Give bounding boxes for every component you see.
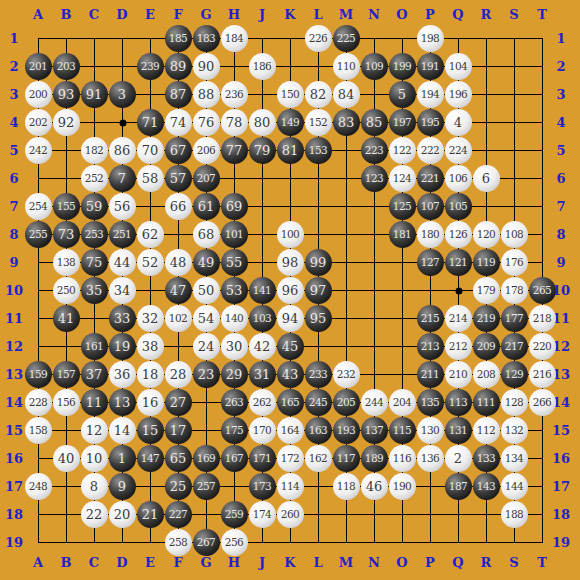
col-label-top-P: P [425, 8, 435, 21]
stone-black-193-M15: 193 [333, 417, 360, 444]
stone-white-202-A4: 202 [25, 109, 52, 136]
row-label-left-17: 17 [5, 480, 23, 493]
stone-white-116-O16: 116 [389, 445, 416, 472]
go-board: AABBCCDDEEFFGGHHJJKKLLMMNNOOPPQQRRSSTT11… [0, 0, 580, 580]
row-label-left-6: 6 [9, 172, 18, 185]
row-label-right-9: 9 [556, 256, 565, 269]
stone-black-11-C14: 11 [81, 389, 108, 416]
stone-white-20-D18: 20 [109, 501, 136, 528]
stone-black-141-J10: 141 [249, 277, 276, 304]
stone-white-40-B16: 40 [53, 445, 80, 472]
stone-black-259-H18: 259 [221, 501, 248, 528]
stone-white-250-B10: 250 [53, 277, 80, 304]
stone-white-170-J15: 170 [249, 417, 276, 444]
stone-black-5-O3: 5 [389, 81, 416, 108]
col-label-bottom-P: P [425, 556, 435, 569]
stone-white-70-E5: 70 [137, 137, 164, 164]
row-label-left-10: 10 [5, 284, 23, 297]
stone-white-44-D9: 44 [109, 249, 136, 276]
stone-black-47-F10: 47 [165, 277, 192, 304]
stone-black-25-F17: 25 [165, 473, 192, 500]
col-label-bottom-H: H [228, 556, 240, 569]
stone-black-169-G16: 169 [193, 445, 220, 472]
stone-black-93-B3: 93 [53, 81, 80, 108]
stone-black-75-C9: 75 [81, 249, 108, 276]
stone-white-254-A7: 254 [25, 193, 52, 220]
stone-white-176-S9: 176 [501, 249, 528, 276]
stone-white-38-E12: 38 [137, 333, 164, 360]
stone-black-37-C13: 37 [81, 361, 108, 388]
stone-black-149-K4: 149 [277, 109, 304, 136]
stone-white-120-R8: 120 [473, 221, 500, 248]
stone-black-127-P9: 127 [417, 249, 444, 276]
stone-black-73-B8: 73 [53, 221, 80, 248]
stone-black-45-K12: 45 [277, 333, 304, 360]
stone-white-48-F9: 48 [165, 249, 192, 276]
row-label-right-1: 1 [556, 32, 565, 45]
stone-white-114-K17: 114 [277, 473, 304, 500]
stone-black-257-G17: 257 [193, 473, 220, 500]
stone-black-59-C7: 59 [81, 193, 108, 220]
stone-black-1-D16: 1 [109, 445, 136, 472]
row-label-right-2: 2 [556, 60, 565, 73]
stone-white-32-E11: 32 [137, 305, 164, 332]
stone-white-266-T14: 266 [529, 389, 556, 416]
row-label-left-2: 2 [9, 60, 18, 73]
stone-black-159-A13: 159 [25, 361, 52, 388]
stone-white-164-K15: 164 [277, 417, 304, 444]
row-label-right-6: 6 [556, 172, 565, 185]
stone-white-136-P16: 136 [417, 445, 444, 472]
col-label-top-F: F [173, 8, 182, 21]
stone-black-263-H14: 263 [221, 389, 248, 416]
stone-white-174-J18: 174 [249, 501, 276, 528]
stone-white-74-F4: 74 [165, 109, 192, 136]
stone-white-28-F13: 28 [165, 361, 192, 388]
stone-black-223-N5: 223 [361, 137, 388, 164]
stone-white-258-F19: 258 [165, 529, 192, 556]
stone-black-49-G9: 49 [193, 249, 220, 276]
stone-black-157-B13: 157 [53, 361, 80, 388]
stone-black-57-F6: 57 [165, 165, 192, 192]
stone-black-81-K5: 81 [277, 137, 304, 164]
stone-white-30-H12: 30 [221, 333, 248, 360]
col-label-top-S: S [509, 8, 518, 21]
stone-white-56-D7: 56 [109, 193, 136, 220]
row-label-left-7: 7 [9, 200, 18, 213]
row-label-left-15: 15 [5, 424, 23, 437]
stone-black-21-E18: 21 [137, 501, 164, 528]
col-label-bottom-F: F [173, 556, 182, 569]
row-label-right-5: 5 [556, 144, 565, 157]
row-label-right-7: 7 [556, 200, 565, 213]
stone-white-68-G8: 68 [193, 221, 220, 248]
stone-white-188-S18: 188 [501, 501, 528, 528]
stone-white-144-S17: 144 [501, 473, 528, 500]
stone-black-69-H7: 69 [221, 193, 248, 220]
stone-white-122-O5: 122 [389, 137, 416, 164]
stone-white-156-B14: 156 [53, 389, 80, 416]
stone-white-228-A14: 228 [25, 389, 52, 416]
stone-white-212-Q12: 212 [445, 333, 472, 360]
stone-white-10-C16: 10 [81, 445, 108, 472]
stone-white-46-N17: 46 [361, 473, 388, 500]
col-label-top-O: O [396, 8, 407, 21]
stone-white-18-E13: 18 [137, 361, 164, 388]
stone-white-2-Q16: 2 [445, 445, 472, 472]
stone-white-128-S14: 128 [501, 389, 528, 416]
col-label-bottom-L: L [313, 556, 322, 569]
col-label-top-T: T [537, 8, 547, 21]
stone-white-126-Q8: 126 [445, 221, 472, 248]
stone-black-213-P12: 213 [417, 333, 444, 360]
stone-black-165-K14: 165 [277, 389, 304, 416]
col-label-top-J: J [259, 8, 265, 21]
stone-black-99-L9: 99 [305, 249, 332, 276]
stone-white-118-M17: 118 [333, 473, 360, 500]
stone-black-3-D3: 3 [109, 81, 136, 108]
stone-black-77-H5: 77 [221, 137, 248, 164]
stone-black-97-L10: 97 [305, 277, 332, 304]
stone-white-124-O6: 124 [389, 165, 416, 192]
col-label-top-A: A [33, 8, 43, 21]
stone-white-206-G5: 206 [193, 137, 220, 164]
stone-white-242-A5: 242 [25, 137, 52, 164]
col-label-bottom-K: K [284, 556, 295, 569]
stone-white-76-G4: 76 [193, 109, 220, 136]
stone-black-233-L13: 233 [305, 361, 332, 388]
stone-black-147-E16: 147 [137, 445, 164, 472]
row-label-left-5: 5 [9, 144, 18, 157]
stone-white-102-F11: 102 [165, 305, 192, 332]
stone-black-109-N2: 109 [361, 53, 388, 80]
stone-white-194-P3: 194 [417, 81, 444, 108]
stone-white-34-D10: 34 [109, 277, 136, 304]
stone-white-54-G11: 54 [193, 305, 220, 332]
stone-white-244-N14: 244 [361, 389, 388, 416]
stone-black-205-M14: 205 [333, 389, 360, 416]
stone-black-13-D14: 13 [109, 389, 136, 416]
stone-white-248-A17: 248 [25, 473, 52, 500]
stone-black-123-N6: 123 [361, 165, 388, 192]
stone-black-265-T10: 265 [529, 277, 556, 304]
col-label-bottom-C: C [89, 556, 99, 569]
stone-white-138-B9: 138 [53, 249, 80, 276]
stone-white-50-G10: 50 [193, 277, 220, 304]
stone-black-55-H9: 55 [221, 249, 248, 276]
col-label-bottom-Q: Q [452, 556, 463, 569]
col-label-top-H: H [228, 8, 240, 21]
stone-white-24-G12: 24 [193, 333, 220, 360]
col-label-top-Q: Q [452, 8, 463, 21]
stone-black-111-R14: 111 [473, 389, 500, 416]
row-label-right-8: 8 [556, 228, 565, 241]
stone-black-251-D8: 251 [109, 221, 136, 248]
col-label-bottom-J: J [259, 556, 265, 569]
stone-black-101-H8: 101 [221, 221, 248, 248]
stone-black-135-P14: 135 [417, 389, 444, 416]
stone-black-267-G19: 267 [193, 529, 220, 556]
stone-black-15-E15: 15 [137, 417, 164, 444]
col-label-top-L: L [313, 8, 322, 21]
stone-black-215-P11: 215 [417, 305, 444, 332]
stone-black-117-M16: 117 [333, 445, 360, 472]
stone-white-252-C6: 252 [81, 165, 108, 192]
stone-white-82-L3: 82 [305, 81, 332, 108]
row-label-left-8: 8 [9, 228, 18, 241]
row-label-left-11: 11 [5, 312, 23, 325]
stone-white-92-B4: 92 [53, 109, 80, 136]
row-label-left-18: 18 [5, 508, 23, 521]
stone-white-226-L1: 226 [305, 25, 332, 52]
stone-black-209-R12: 209 [473, 333, 500, 360]
stone-black-175-H15: 175 [221, 417, 248, 444]
stone-white-158-A15: 158 [25, 417, 52, 444]
col-label-top-N: N [368, 8, 380, 21]
stone-white-200-A3: 200 [25, 81, 52, 108]
col-label-bottom-S: S [509, 556, 518, 569]
stone-white-94-K11: 94 [277, 305, 304, 332]
stone-white-178-S10: 178 [501, 277, 528, 304]
stone-black-217-S12: 217 [501, 333, 528, 360]
stone-black-17-F15: 17 [165, 417, 192, 444]
col-label-bottom-A: A [33, 556, 43, 569]
col-label-top-B: B [61, 8, 72, 21]
stone-white-108-S8: 108 [501, 221, 528, 248]
col-label-top-C: C [89, 8, 99, 21]
col-label-bottom-G: G [200, 556, 211, 569]
stone-white-42-J12: 42 [249, 333, 276, 360]
stone-white-110-M2: 110 [333, 53, 360, 80]
stone-white-12-C15: 12 [81, 417, 108, 444]
stone-black-137-N15: 137 [361, 417, 388, 444]
stone-black-201-A2: 201 [25, 53, 52, 80]
stone-black-161-C12: 161 [81, 333, 108, 360]
stone-white-6-R6: 6 [473, 165, 500, 192]
col-label-bottom-B: B [61, 556, 72, 569]
stone-black-83-M4: 83 [333, 109, 360, 136]
stone-white-16-E14: 16 [137, 389, 164, 416]
stone-white-224-Q5: 224 [445, 137, 472, 164]
stone-white-130-P15: 130 [417, 417, 444, 444]
stone-black-191-P2: 191 [417, 53, 444, 80]
stone-white-210-Q13: 210 [445, 361, 472, 388]
stone-white-140-H11: 140 [221, 305, 248, 332]
stone-black-31-J13: 31 [249, 361, 276, 388]
col-label-bottom-E: E [145, 556, 155, 569]
stone-white-182-C5: 182 [81, 137, 108, 164]
col-label-bottom-O: O [396, 556, 407, 569]
stone-white-14-D15: 14 [109, 417, 136, 444]
stone-black-173-J17: 173 [249, 473, 276, 500]
row-label-left-16: 16 [5, 452, 23, 465]
col-label-bottom-M: M [339, 556, 353, 569]
stone-black-41-B11: 41 [53, 305, 80, 332]
stone-black-71-E4: 71 [137, 109, 164, 136]
stone-white-256-H19: 256 [221, 529, 248, 556]
stone-black-105-Q7: 105 [445, 193, 472, 220]
stone-black-65-F16: 65 [165, 445, 192, 472]
stone-black-67-F5: 67 [165, 137, 192, 164]
stone-black-27-F14: 27 [165, 389, 192, 416]
stone-white-66-F7: 66 [165, 193, 192, 220]
stone-white-186-J2: 186 [249, 53, 276, 80]
row-label-left-14: 14 [5, 396, 23, 409]
stone-white-236-H3: 236 [221, 81, 248, 108]
col-label-top-M: M [339, 8, 353, 21]
stone-black-7-D6: 7 [109, 165, 136, 192]
stone-black-207-G6: 207 [193, 165, 220, 192]
stone-black-199-O2: 199 [389, 53, 416, 80]
row-label-left-12: 12 [5, 340, 23, 353]
stone-white-52-E9: 52 [137, 249, 164, 276]
stone-white-62-E8: 62 [137, 221, 164, 248]
stone-white-84-M3: 84 [333, 81, 360, 108]
stone-white-262-J14: 262 [249, 389, 276, 416]
stone-white-184-H1: 184 [221, 25, 248, 52]
stone-white-4-Q4: 4 [445, 109, 472, 136]
stone-white-134-S16: 134 [501, 445, 528, 472]
stone-black-133-R16: 133 [473, 445, 500, 472]
stone-white-180-P8: 180 [417, 221, 444, 248]
stone-black-185-F1: 185 [165, 25, 192, 52]
col-label-top-D: D [116, 8, 127, 21]
row-label-left-1: 1 [9, 32, 18, 45]
stone-black-115-O15: 115 [389, 417, 416, 444]
stone-white-132-S15: 132 [501, 417, 528, 444]
stone-black-95-L11: 95 [305, 305, 332, 332]
stone-black-131-Q15: 131 [445, 417, 472, 444]
stone-black-253-C8: 253 [81, 221, 108, 248]
row-label-left-4: 4 [9, 116, 18, 129]
stone-white-112-R15: 112 [473, 417, 500, 444]
stone-black-91-C3: 91 [81, 81, 108, 108]
stone-white-204-O14: 204 [389, 389, 416, 416]
stone-black-227-F18: 227 [165, 501, 192, 528]
col-label-bottom-N: N [368, 556, 380, 569]
stone-white-218-T11: 218 [529, 305, 556, 332]
stone-black-167-H16: 167 [221, 445, 248, 472]
stone-white-208-R13: 208 [473, 361, 500, 388]
stone-black-189-N16: 189 [361, 445, 388, 472]
stone-black-239-E2: 239 [137, 53, 164, 80]
stone-black-181-O8: 181 [389, 221, 416, 248]
stone-white-100-K8: 100 [277, 221, 304, 248]
stone-white-152-L4: 152 [305, 109, 332, 136]
stone-white-150-K3: 150 [277, 81, 304, 108]
stone-white-190-O17: 190 [389, 473, 416, 500]
stone-black-143-R17: 143 [473, 473, 500, 500]
stone-black-221-P6: 221 [417, 165, 444, 192]
stone-black-177-S11: 177 [501, 305, 528, 332]
stone-black-87-F3: 87 [165, 81, 192, 108]
stone-black-85-N4: 85 [361, 109, 388, 136]
stone-white-86-D5: 86 [109, 137, 136, 164]
stone-white-172-K16: 172 [277, 445, 304, 472]
stone-white-104-Q2: 104 [445, 53, 472, 80]
stone-black-113-Q14: 113 [445, 389, 472, 416]
stone-black-79-J5: 79 [249, 137, 276, 164]
stone-black-211-P13: 211 [417, 361, 444, 388]
row-label-left-3: 3 [9, 88, 18, 101]
stone-white-80-J4: 80 [249, 109, 276, 136]
stone-white-98-K9: 98 [277, 249, 304, 276]
stone-white-198-P1: 198 [417, 25, 444, 52]
stone-black-23-G13: 23 [193, 361, 220, 388]
stone-black-103-J11: 103 [249, 305, 276, 332]
stone-white-78-H4: 78 [221, 109, 248, 136]
stone-black-163-L15: 163 [305, 417, 332, 444]
col-label-top-R: R [481, 8, 492, 21]
stone-black-225-M1: 225 [333, 25, 360, 52]
col-label-top-K: K [284, 8, 295, 21]
stone-white-260-K18: 260 [277, 501, 304, 528]
stone-white-179-R10: 179 [473, 277, 500, 304]
row-label-left-13: 13 [5, 368, 23, 381]
stone-black-195-P4: 195 [417, 109, 444, 136]
stone-black-119-R9: 119 [473, 249, 500, 276]
stone-black-245-L14: 245 [305, 389, 332, 416]
stone-white-220-T12: 220 [529, 333, 556, 360]
stone-black-33-D11: 33 [109, 305, 136, 332]
stone-black-129-S13: 129 [501, 361, 528, 388]
stone-white-106-Q6: 106 [445, 165, 472, 192]
row-label-right-4: 4 [556, 116, 565, 129]
stone-black-53-H10: 53 [221, 277, 248, 304]
row-label-left-9: 9 [9, 256, 18, 269]
row-label-right-3: 3 [556, 88, 565, 101]
stone-black-155-B7: 155 [53, 193, 80, 220]
stone-black-197-O4: 197 [389, 109, 416, 136]
stone-white-90-G2: 90 [193, 53, 220, 80]
stone-white-162-L16: 162 [305, 445, 332, 472]
stone-black-125-O7: 125 [389, 193, 416, 220]
stone-white-216-T13: 216 [529, 361, 556, 388]
stone-white-96-K10: 96 [277, 277, 304, 304]
col-label-bottom-T: T [537, 556, 547, 569]
stone-white-58-E6: 58 [137, 165, 164, 192]
stone-black-43-K13: 43 [277, 361, 304, 388]
stone-white-8-C17: 8 [81, 473, 108, 500]
col-label-bottom-R: R [481, 556, 492, 569]
stone-black-153-L5: 153 [305, 137, 332, 164]
stone-white-222-P5: 222 [417, 137, 444, 164]
stone-black-255-A8: 255 [25, 221, 52, 248]
col-label-top-G: G [200, 8, 211, 21]
row-label-left-19: 19 [5, 536, 23, 549]
stone-black-171-J16: 171 [249, 445, 276, 472]
stone-black-9-D17: 9 [109, 473, 136, 500]
stone-black-219-R11: 219 [473, 305, 500, 332]
stone-white-36-D13: 36 [109, 361, 136, 388]
stone-black-107-P7: 107 [417, 193, 444, 220]
stone-black-61-G7: 61 [193, 193, 220, 220]
stone-white-88-G3: 88 [193, 81, 220, 108]
stone-black-35-C10: 35 [81, 277, 108, 304]
stone-black-19-D12: 19 [109, 333, 136, 360]
stone-white-232-M13: 232 [333, 361, 360, 388]
stone-black-89-F2: 89 [165, 53, 192, 80]
stone-black-183-G1: 183 [193, 25, 220, 52]
stone-black-121-Q9: 121 [445, 249, 472, 276]
stone-layer: 1851831842262251982012032398990186110109… [24, 24, 556, 556]
stone-white-214-Q11: 214 [445, 305, 472, 332]
stone-black-29-H13: 29 [221, 361, 248, 388]
col-label-top-E: E [145, 8, 155, 21]
stone-black-203-B2: 203 [53, 53, 80, 80]
stone-white-196-Q3: 196 [445, 81, 472, 108]
stone-black-187-Q17: 187 [445, 473, 472, 500]
